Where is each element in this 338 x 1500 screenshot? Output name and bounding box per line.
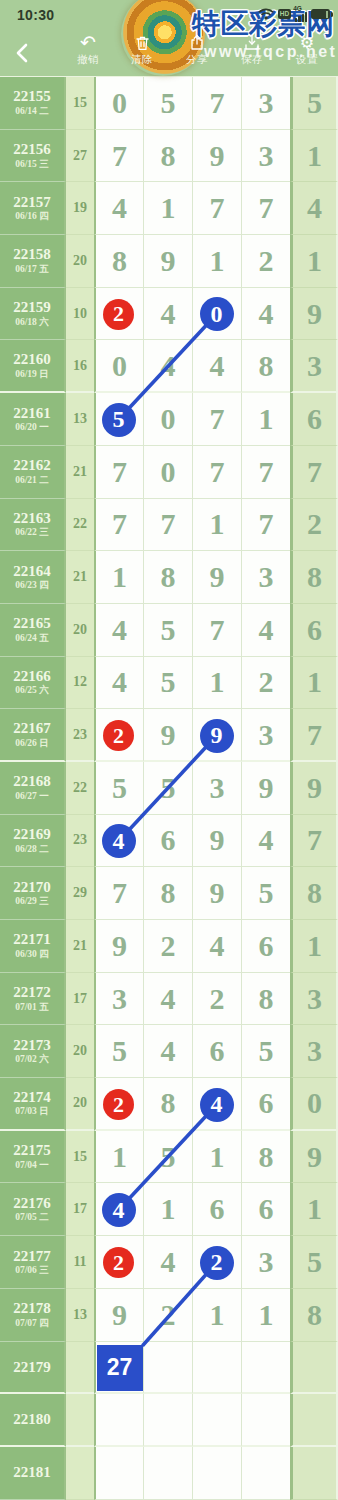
issue-number: 22173 <box>13 1037 51 1054</box>
digit-cell[interactable]: 4 <box>143 1025 192 1078</box>
draw-date: 06/28 二 <box>15 844 49 855</box>
sum-cell: 29 <box>66 867 94 920</box>
digit-cell[interactable]: 3 <box>241 130 290 183</box>
digit-cell[interactable]: 4 <box>192 920 241 973</box>
tail-digit-cell[interactable]: 2 <box>290 499 338 552</box>
draw-row-22159: 2215906/18 六1024049 <box>0 288 338 341</box>
digit-cell[interactable]: 8 <box>241 973 290 1026</box>
draw-row-22169: 2216906/28 二2346947 <box>0 815 338 868</box>
digit-cell[interactable]: 0 <box>192 288 241 341</box>
tail-digit-cell[interactable]: 7 <box>290 709 338 762</box>
tail-digit-cell[interactable]: 7 <box>290 815 338 868</box>
digit-cell[interactable]: 2 <box>94 288 143 341</box>
issue-number: 22174 <box>13 1089 51 1106</box>
issue-number: 22156 <box>13 141 51 158</box>
draw-row-22170: 2217006/29 三2978958 <box>0 867 338 920</box>
digit-cell[interactable]: 9 <box>192 867 241 920</box>
sum-cell: 23 <box>66 709 94 762</box>
digit-cell[interactable]: 1 <box>143 1183 192 1236</box>
sum-cell: 16 <box>66 340 94 393</box>
digit-cell[interactable]: 7 <box>192 77 241 130</box>
digit-cell[interactable] <box>241 1447 290 1500</box>
tail-digit-cell[interactable]: 1 <box>290 235 338 288</box>
save-icon <box>244 34 260 51</box>
draw-row-22171: 2217106/30 四2192461 <box>0 920 338 973</box>
lottery-trend-app: 10:30 HD 4G ↶ 撤销 <box>0 0 338 1500</box>
issue-number: 22178 <box>13 1300 51 1317</box>
share-label: 分享 <box>186 53 208 67</box>
issue-number: 22167 <box>13 720 51 737</box>
tail-digit-cell[interactable]: 3 <box>290 1025 338 1078</box>
sum-cell: 22 <box>66 762 94 815</box>
digit-cell[interactable]: 1 <box>94 1131 143 1184</box>
draw-date: 06/17 五 <box>15 264 49 275</box>
digit-cell[interactable]: 1 <box>192 1131 241 1184</box>
digit-cell[interactable]: 1 <box>241 1289 290 1342</box>
digit-cell[interactable]: 8 <box>143 130 192 183</box>
undo-icon: ↶ <box>80 35 96 50</box>
tail-digit-cell[interactable]: 4 <box>290 182 338 235</box>
digit-cell[interactable]: 7 <box>192 182 241 235</box>
digit-cell[interactable]: 1 <box>241 393 290 446</box>
draw-row-22172: 2217207/01 五1734283 <box>0 973 338 1026</box>
draw-date: 06/16 四 <box>15 211 49 222</box>
tail-digit-cell[interactable]: 7 <box>290 446 338 499</box>
draw-date: 07/05 二 <box>15 1212 49 1223</box>
issue-number: 22165 <box>13 615 51 632</box>
draw-date: 07/07 四 <box>15 1318 49 1329</box>
sum-cell: 13 <box>66 393 94 446</box>
issue-number: 22155 <box>13 88 51 105</box>
digit-cell[interactable]: 4 <box>143 340 192 393</box>
digit-cell[interactable]: 2 <box>94 1236 143 1289</box>
digit-cell[interactable]: 8 <box>143 867 192 920</box>
digit-cell[interactable]: 9 <box>94 920 143 973</box>
issue-cell: 2217507/04 一 <box>0 1131 66 1184</box>
issue-number: 22171 <box>13 931 51 948</box>
draw-row-22176: 2217607/05 二1741661 <box>0 1183 338 1236</box>
digit-cell[interactable]: 2 <box>143 1289 192 1342</box>
issue-cell: 2217106/30 四 <box>0 920 66 973</box>
issue-number: 22175 <box>13 1142 51 1159</box>
issue-cell: 2217207/01 五 <box>0 973 66 1026</box>
digit-cell[interactable]: 0 <box>94 340 143 393</box>
issue-cell: 2215506/14 二 <box>0 77 66 130</box>
draw-row-22167: 2216706/26 日2329937 <box>0 709 338 762</box>
draw-row-22165: 2216506/24 五2045746 <box>0 604 338 657</box>
digit-cell[interactable]: 2 <box>241 657 290 710</box>
sum-cell: 17 <box>66 973 94 1026</box>
digit-cell[interactable]: 1 <box>192 1289 241 1342</box>
draw-row-22162: 2216206/21 二2170777 <box>0 446 338 499</box>
tail-digit-cell[interactable]: 8 <box>290 867 338 920</box>
issue-number: 22159 <box>13 299 51 316</box>
tail-digit-cell[interactable] <box>290 1447 338 1500</box>
tail-digit-cell[interactable]: 5 <box>290 77 338 130</box>
sum-cell: 13 <box>66 1289 94 1342</box>
draw-row-22164: 2216406/23 四2118938 <box>0 551 338 604</box>
digit-cell[interactable]: 4 <box>94 657 143 710</box>
digit-cell[interactable]: 7 <box>94 130 143 183</box>
digit-cell[interactable]: 4 <box>94 604 143 657</box>
draw-date: 06/29 三 <box>15 896 49 907</box>
draw-row-22181: 22181 <box>0 1447 338 1500</box>
issue-cell: 2215606/15 三 <box>0 130 66 183</box>
issue-cell: 2216106/20 一 <box>0 393 66 446</box>
digit-cell[interactable]: 7 <box>192 393 241 446</box>
issue-number: 22157 <box>13 194 51 211</box>
issue-cell: 2217707/06 三 <box>0 1236 66 1289</box>
sum-cell: 17 <box>66 1183 94 1236</box>
issue-cell: 2217006/29 三 <box>0 867 66 920</box>
draw-row-22155: 2215506/14 二1505735 <box>0 77 338 130</box>
digit-cell[interactable]: 5 <box>143 762 192 815</box>
draw-date: 06/15 三 <box>15 159 49 170</box>
digit-cell[interactable]: 1 <box>94 551 143 604</box>
digit-cell[interactable]: 7 <box>192 446 241 499</box>
digit-cell[interactable]: 0 <box>143 393 192 446</box>
issue-number: 22172 <box>13 984 51 1001</box>
digit-cell[interactable]: 6 <box>241 920 290 973</box>
trend-chart-board: 2222059444227 2215506/14 二15057352215606… <box>0 76 338 1500</box>
issue-cell: 2216606/25 六 <box>0 657 66 710</box>
sum-cell: 20 <box>66 604 94 657</box>
digit-cell[interactable]: 9 <box>192 709 241 762</box>
draw-date: 06/25 六 <box>15 685 49 696</box>
tail-digit-cell[interactable] <box>290 1342 338 1395</box>
issue-cell: 2217807/07 四 <box>0 1289 66 1342</box>
tail-digit-cell[interactable]: 3 <box>290 973 338 1026</box>
sum-cell <box>66 1342 94 1395</box>
digit-cell[interactable]: 9 <box>241 762 290 815</box>
digit-cell[interactable]: 7 <box>94 446 143 499</box>
digit-cell[interactable]: 2 <box>192 973 241 1026</box>
digit-cell[interactable]: 8 <box>241 340 290 393</box>
draw-date: 06/22 三 <box>15 527 49 538</box>
digit-cell[interactable]: 7 <box>94 499 143 552</box>
digit-cell[interactable]: 0 <box>143 446 192 499</box>
digit-cell[interactable]: 5 <box>241 867 290 920</box>
tail-digit-cell[interactable]: 1 <box>290 657 338 710</box>
issue-cell: 22179 <box>0 1342 66 1395</box>
draw-row-22178: 2217807/07 四1392118 <box>0 1289 338 1342</box>
issue-cell: 22180 <box>0 1394 66 1447</box>
tail-digit-cell[interactable] <box>290 1394 338 1447</box>
draw-date: 06/19 日 <box>15 369 49 380</box>
sum-cell: 21 <box>66 446 94 499</box>
draw-row-22160: 2216006/19 日1604483 <box>0 340 338 393</box>
digit-cell[interactable]: 3 <box>192 762 241 815</box>
draw-date: 07/06 三 <box>15 1265 49 1276</box>
digit-cell[interactable]: 8 <box>94 235 143 288</box>
draw-row-22174: 2217407/03 日2028460 <box>0 1078 338 1131</box>
digit-cell[interactable]: 4 <box>94 182 143 235</box>
draw-row-22166: 2216606/25 六1245121 <box>0 657 338 710</box>
toolbar: ↶ 撤销 清除 分享 保存 ⚙ 设置 <box>0 30 338 76</box>
digit-cell[interactable]: 1 <box>192 657 241 710</box>
digit-cell[interactable]: 1 <box>143 182 192 235</box>
digit-cell[interactable]: 4 <box>143 1236 192 1289</box>
digit-cell[interactable] <box>241 1342 290 1395</box>
sum-cell: 21 <box>66 551 94 604</box>
digit-cell[interactable] <box>94 1394 143 1447</box>
digit-cell[interactable]: 9 <box>192 130 241 183</box>
clear-button[interactable]: 清除 <box>119 34 165 67</box>
draw-date: 06/24 五 <box>15 633 49 644</box>
share-button[interactable]: 分享 <box>174 34 220 67</box>
digit-cell[interactable]: 5 <box>94 762 143 815</box>
digit-cell[interactable]: 5 <box>143 657 192 710</box>
issue-cell: 2216306/22 三 <box>0 499 66 552</box>
sum-cell: 10 <box>66 288 94 341</box>
draw-date: 06/23 四 <box>15 580 49 591</box>
sum-cell: 22 <box>66 499 94 552</box>
tail-digit-cell[interactable]: 6 <box>290 604 338 657</box>
sum-cell: 15 <box>66 1131 94 1184</box>
issue-cell: 22181 <box>0 1447 66 1500</box>
tail-digit-cell[interactable]: 9 <box>290 762 338 815</box>
tail-digit-cell[interactable]: 9 <box>290 1131 338 1184</box>
issue-number: 22162 <box>13 457 51 474</box>
undo-label: 撤销 <box>77 53 99 67</box>
digit-cell[interactable]: 5 <box>143 77 192 130</box>
digit-cell[interactable]: 5 <box>94 1025 143 1078</box>
tail-digit-cell[interactable]: 0 <box>290 1078 338 1131</box>
digit-cell[interactable]: 5 <box>143 1131 192 1184</box>
digit-cell[interactable] <box>192 1394 241 1447</box>
status-icons: HD 4G <box>258 6 330 22</box>
digit-cell[interactable]: 9 <box>192 551 241 604</box>
sum-cell: 15 <box>66 77 94 130</box>
save-label: 保存 <box>241 53 263 67</box>
tail-digit-cell[interactable]: 1 <box>290 1183 338 1236</box>
draw-row-22175: 2217507/04 一1515189 <box>0 1131 338 1184</box>
tail-digit-cell[interactable]: 9 <box>290 288 338 341</box>
draw-row-22158: 2215806/17 五2089121 <box>0 235 338 288</box>
issue-number: 22181 <box>13 1464 51 1481</box>
issue-number: 22179 <box>13 1359 51 1376</box>
issue-number: 22177 <box>13 1248 51 1265</box>
digit-cell[interactable]: 6 <box>192 1025 241 1078</box>
digit-cell[interactable]: 4 <box>94 1183 143 1236</box>
draw-row-22161: 2216106/20 一1350716 <box>0 393 338 446</box>
sum-cell: 12 <box>66 657 94 710</box>
digit-cell[interactable]: 7 <box>241 182 290 235</box>
digit-cell[interactable]: 7 <box>241 446 290 499</box>
tail-digit-cell[interactable]: 5 <box>290 1236 338 1289</box>
draw-date: 06/27 一 <box>15 791 49 802</box>
tail-digit-cell[interactable]: 1 <box>290 130 338 183</box>
digit-cell[interactable]: 6 <box>192 1183 241 1236</box>
digit-cell[interactable]: 5 <box>94 393 143 446</box>
sum-cell: 20 <box>66 1025 94 1078</box>
tail-digit-cell[interactable]: 1 <box>290 920 338 973</box>
digit-cell[interactable]: 9 <box>192 815 241 868</box>
tail-digit-cell[interactable]: 3 <box>290 340 338 393</box>
draw-row-22177: 2217707/06 三1124235 <box>0 1236 338 1289</box>
issue-number: 22164 <box>13 563 51 580</box>
issue-cell: 2215906/18 六 <box>0 288 66 341</box>
digit-cell[interactable]: 4 <box>143 973 192 1026</box>
digit-cell[interactable] <box>143 1342 192 1395</box>
issue-number: 22180 <box>13 1411 51 1428</box>
tail-digit-cell[interactable]: 6 <box>290 393 338 446</box>
digit-cell[interactable]: 8 <box>241 1131 290 1184</box>
gear-icon: ⚙ <box>300 35 314 51</box>
issue-number: 22170 <box>13 879 51 896</box>
wifi-icon <box>258 8 274 20</box>
clear-label: 清除 <box>131 53 153 67</box>
digit-cell[interactable]: 8 <box>143 551 192 604</box>
hd-badge: HD <box>278 9 291 19</box>
draw-date: 06/21 二 <box>15 475 49 486</box>
draw-date: 06/18 六 <box>15 317 49 328</box>
digit-cell[interactable]: 2 <box>192 1236 241 1289</box>
digit-cell[interactable] <box>143 1447 192 1500</box>
draw-row-22179: 22179 <box>0 1342 338 1395</box>
digit-cell[interactable]: 2 <box>94 1078 143 1131</box>
back-button[interactable] <box>12 40 34 66</box>
issue-cell: 2216506/24 五 <box>0 604 66 657</box>
digit-cell[interactable]: 7 <box>192 604 241 657</box>
battery-icon <box>311 9 330 19</box>
digit-cell[interactable]: 5 <box>143 604 192 657</box>
digit-cell[interactable]: 3 <box>94 973 143 1026</box>
sum-cell: 20 <box>66 235 94 288</box>
digit-cell[interactable]: 3 <box>241 551 290 604</box>
issue-cell: 2215706/16 四 <box>0 182 66 235</box>
digit-cell[interactable]: 2 <box>94 709 143 762</box>
draw-row-22156: 2215606/15 三2778931 <box>0 130 338 183</box>
issue-number: 22160 <box>13 351 51 368</box>
undo-button[interactable]: ↶ 撤销 <box>65 34 111 67</box>
digit-cell[interactable]: 4 <box>94 815 143 868</box>
settings-label: 设置 <box>296 53 318 67</box>
digit-cell[interactable]: 6 <box>241 1183 290 1236</box>
draw-row-22157: 2215706/16 四1941774 <box>0 182 338 235</box>
digit-cell[interactable]: 9 <box>143 709 192 762</box>
digit-cell[interactable]: 7 <box>143 499 192 552</box>
draw-date: 06/14 二 <box>15 106 49 117</box>
digit-cell[interactable]: 3 <box>241 77 290 130</box>
digit-cell[interactable]: 4 <box>241 604 290 657</box>
digit-cell[interactable]: 9 <box>143 235 192 288</box>
draw-date: 07/03 日 <box>15 1106 49 1117</box>
trash-icon <box>135 34 150 51</box>
digit-cell[interactable]: 4 <box>192 1078 241 1131</box>
digit-cell[interactable]: 6 <box>143 815 192 868</box>
digit-cell[interactable]: 1 <box>192 235 241 288</box>
digit-cell[interactable] <box>94 1342 143 1395</box>
digit-cell[interactable]: 3 <box>241 709 290 762</box>
settings-button[interactable]: ⚙ 设置 <box>284 34 330 67</box>
issue-cell: 2216406/23 四 <box>0 551 66 604</box>
digit-cell[interactable]: 3 <box>241 1236 290 1289</box>
issue-cell: 2216806/27 一 <box>0 762 66 815</box>
status-bar: 10:30 HD 4G <box>0 0 338 30</box>
issue-cell: 2216006/19 日 <box>0 340 66 393</box>
issue-cell: 2217307/02 六 <box>0 1025 66 1078</box>
issue-number: 22166 <box>13 668 51 685</box>
issue-number: 22168 <box>13 773 51 790</box>
sum-cell: 21 <box>66 920 94 973</box>
issue-number: 22169 <box>13 826 51 843</box>
digit-cell[interactable]: 6 <box>241 1078 290 1131</box>
save-button[interactable]: 保存 <box>229 34 275 67</box>
issue-number: 22176 <box>13 1195 51 1212</box>
issue-cell: 2216906/28 二 <box>0 815 66 868</box>
clock-time: 10:30 <box>17 7 54 23</box>
issue-number: 22158 <box>13 246 51 263</box>
digit-cell[interactable] <box>143 1394 192 1447</box>
digit-cell[interactable] <box>94 1447 143 1500</box>
digit-cell[interactable]: 4 <box>241 815 290 868</box>
sum-cell: 23 <box>66 815 94 868</box>
draw-date: 07/01 五 <box>15 1002 49 1013</box>
digit-cell[interactable]: 7 <box>94 867 143 920</box>
draw-date: 07/04 一 <box>15 1160 49 1171</box>
draw-date: 06/30 四 <box>15 949 49 960</box>
digit-cell[interactable]: 4 <box>192 340 241 393</box>
sum-cell: 11 <box>66 1236 94 1289</box>
digit-cell[interactable]: 4 <box>241 288 290 341</box>
draw-row-22173: 2217307/02 六2054653 <box>0 1025 338 1078</box>
sum-cell <box>66 1394 94 1447</box>
draw-date: 06/26 日 <box>15 738 49 749</box>
issue-cell: 2215806/17 五 <box>0 235 66 288</box>
sum-cell: 27 <box>66 130 94 183</box>
digit-cell[interactable]: 7 <box>241 499 290 552</box>
draw-date: 07/02 六 <box>15 1054 49 1065</box>
draw-row-22163: 2216306/22 三2277172 <box>0 499 338 552</box>
digit-cell[interactable]: 8 <box>143 1078 192 1131</box>
issue-number: 22161 <box>13 405 51 422</box>
issue-cell: 2216206/21 二 <box>0 446 66 499</box>
issue-cell: 2216706/26 日 <box>0 709 66 762</box>
digit-cell[interactable] <box>241 1394 290 1447</box>
tail-digit-cell[interactable]: 8 <box>290 1289 338 1342</box>
sum-cell <box>66 1447 94 1500</box>
issue-cell: 2217407/03 日 <box>0 1078 66 1131</box>
draw-row-22180: 22180 <box>0 1394 338 1447</box>
digit-cell[interactable] <box>192 1342 241 1395</box>
tail-digit-cell[interactable]: 8 <box>290 551 338 604</box>
4g-signal-icon: 4G <box>295 6 307 22</box>
digit-cell[interactable] <box>192 1447 241 1500</box>
draw-date: 06/20 一 <box>15 422 49 433</box>
issue-cell: 2217607/05 二 <box>0 1183 66 1236</box>
digit-cell[interactable]: 5 <box>241 1025 290 1078</box>
digit-cell[interactable]: 0 <box>94 77 143 130</box>
digit-cell[interactable]: 4 <box>143 288 192 341</box>
digit-cell[interactable]: 2 <box>143 920 192 973</box>
share-icon <box>189 34 205 51</box>
sum-cell: 20 <box>66 1078 94 1131</box>
digit-cell[interactable]: 2 <box>241 235 290 288</box>
draw-row-22168: 2216806/27 一2255399 <box>0 762 338 815</box>
digit-cell[interactable]: 1 <box>192 499 241 552</box>
issue-number: 22163 <box>13 510 51 527</box>
digit-cell[interactable]: 9 <box>94 1289 143 1342</box>
sum-cell: 19 <box>66 182 94 235</box>
